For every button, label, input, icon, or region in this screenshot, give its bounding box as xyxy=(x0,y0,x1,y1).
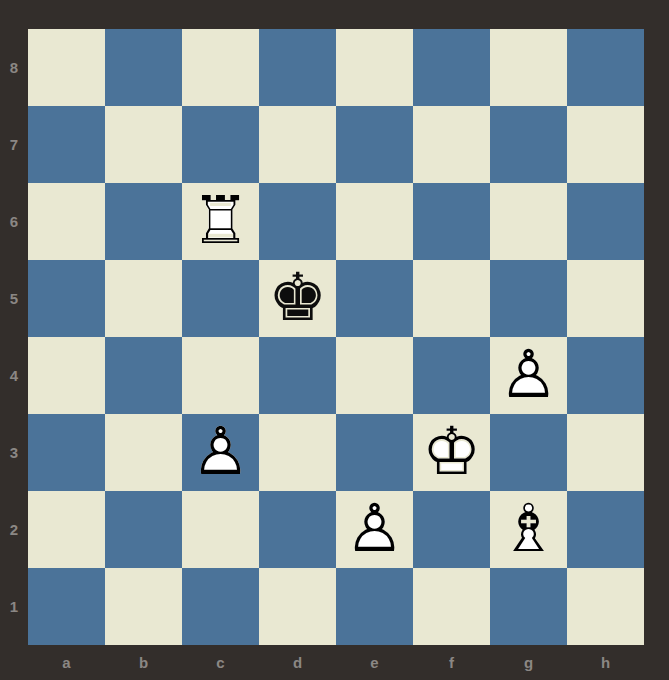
square-d1[interactable] xyxy=(259,568,336,645)
square-g5[interactable] xyxy=(490,260,567,337)
rank-label-6: 6 xyxy=(0,183,28,260)
square-g4[interactable]: ♟♙ xyxy=(490,337,567,414)
file-label-d: d xyxy=(259,645,336,680)
square-h2[interactable] xyxy=(567,491,644,568)
rank-labels: 87654321 xyxy=(0,29,28,645)
file-label-f: f xyxy=(413,645,490,680)
piece-outline-layer: ♙ xyxy=(499,341,558,407)
square-b5[interactable] xyxy=(105,260,182,337)
square-d6[interactable] xyxy=(259,183,336,260)
piece-outline-layer: ♔ xyxy=(422,418,481,484)
square-h1[interactable] xyxy=(567,568,644,645)
chessboard: ♜♖♚♟♙♟♙♚♔♟♙♝♗ xyxy=(28,29,644,645)
piece-outline-layer: ♗ xyxy=(499,495,558,561)
square-c4[interactable] xyxy=(182,337,259,414)
square-g2[interactable]: ♝♗ xyxy=(490,491,567,568)
file-label-h: h xyxy=(567,645,644,680)
square-f3[interactable]: ♚♔ xyxy=(413,414,490,491)
rank-label-4: 4 xyxy=(0,337,28,414)
square-a6[interactable] xyxy=(28,183,105,260)
square-e3[interactable] xyxy=(336,414,413,491)
square-d7[interactable] xyxy=(259,106,336,183)
piece-white-pawn[interactable]: ♟♙ xyxy=(182,414,259,491)
square-c2[interactable] xyxy=(182,491,259,568)
square-f1[interactable] xyxy=(413,568,490,645)
square-g6[interactable] xyxy=(490,183,567,260)
file-label-e: e xyxy=(336,645,413,680)
square-a8[interactable] xyxy=(28,29,105,106)
piece-white-king[interactable]: ♚♔ xyxy=(413,414,490,491)
square-b1[interactable] xyxy=(105,568,182,645)
square-e8[interactable] xyxy=(336,29,413,106)
square-g7[interactable] xyxy=(490,106,567,183)
piece-black-king[interactable]: ♚ xyxy=(259,260,336,337)
piece-white-pawn[interactable]: ♟♙ xyxy=(336,491,413,568)
square-f4[interactable] xyxy=(413,337,490,414)
square-b8[interactable] xyxy=(105,29,182,106)
square-g1[interactable] xyxy=(490,568,567,645)
square-a4[interactable] xyxy=(28,337,105,414)
square-d2[interactable] xyxy=(259,491,336,568)
square-d8[interactable] xyxy=(259,29,336,106)
piece-outline-layer: ♖ xyxy=(191,187,250,253)
piece-white-rook[interactable]: ♜♖ xyxy=(182,183,259,260)
square-d4[interactable] xyxy=(259,337,336,414)
square-h8[interactable] xyxy=(567,29,644,106)
square-e5[interactable] xyxy=(336,260,413,337)
square-h6[interactable] xyxy=(567,183,644,260)
square-h5[interactable] xyxy=(567,260,644,337)
square-a2[interactable] xyxy=(28,491,105,568)
piece-white-bishop[interactable]: ♝♗ xyxy=(490,491,567,568)
square-a5[interactable] xyxy=(28,260,105,337)
file-label-b: b xyxy=(105,645,182,680)
rank-label-7: 7 xyxy=(0,106,28,183)
square-g3[interactable] xyxy=(490,414,567,491)
piece-outline-layer: ♙ xyxy=(191,418,250,484)
square-c7[interactable] xyxy=(182,106,259,183)
square-g8[interactable] xyxy=(490,29,567,106)
square-e7[interactable] xyxy=(336,106,413,183)
square-f8[interactable] xyxy=(413,29,490,106)
square-h7[interactable] xyxy=(567,106,644,183)
piece-outline-layer: ♙ xyxy=(345,495,404,561)
file-label-a: a xyxy=(28,645,105,680)
square-h3[interactable] xyxy=(567,414,644,491)
square-a3[interactable] xyxy=(28,414,105,491)
square-b6[interactable] xyxy=(105,183,182,260)
square-h4[interactable] xyxy=(567,337,644,414)
square-b3[interactable] xyxy=(105,414,182,491)
rank-label-5: 5 xyxy=(0,260,28,337)
piece-white-pawn[interactable]: ♟♙ xyxy=(490,337,567,414)
square-c1[interactable] xyxy=(182,568,259,645)
square-e1[interactable] xyxy=(336,568,413,645)
square-a1[interactable] xyxy=(28,568,105,645)
rank-label-8: 8 xyxy=(0,29,28,106)
file-label-g: g xyxy=(490,645,567,680)
rank-label-1: 1 xyxy=(0,568,28,645)
rank-label-2: 2 xyxy=(0,491,28,568)
square-a7[interactable] xyxy=(28,106,105,183)
square-f2[interactable] xyxy=(413,491,490,568)
square-c3[interactable]: ♟♙ xyxy=(182,414,259,491)
square-c8[interactable] xyxy=(182,29,259,106)
square-c5[interactable] xyxy=(182,260,259,337)
rank-label-3: 3 xyxy=(0,414,28,491)
square-d3[interactable] xyxy=(259,414,336,491)
square-b2[interactable] xyxy=(105,491,182,568)
square-f6[interactable] xyxy=(413,183,490,260)
piece-solid-layer: ♚ xyxy=(268,264,327,330)
square-d5[interactable]: ♚ xyxy=(259,260,336,337)
file-label-c: c xyxy=(182,645,259,680)
square-b4[interactable] xyxy=(105,337,182,414)
square-c6[interactable]: ♜♖ xyxy=(182,183,259,260)
square-f5[interactable] xyxy=(413,260,490,337)
square-e2[interactable]: ♟♙ xyxy=(336,491,413,568)
file-labels: abcdefgh xyxy=(28,645,644,680)
square-e6[interactable] xyxy=(336,183,413,260)
square-f7[interactable] xyxy=(413,106,490,183)
square-e4[interactable] xyxy=(336,337,413,414)
chessboard-frame: 87654321 ♜♖♚♟♙♟♙♚♔♟♙♝♗ abcdefgh xyxy=(0,0,669,680)
square-b7[interactable] xyxy=(105,106,182,183)
